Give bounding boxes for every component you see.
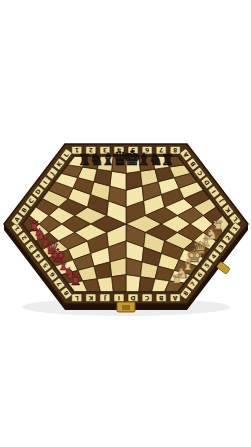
brass-latch-bottom bbox=[117, 302, 135, 312]
coordinate-label: D bbox=[131, 295, 136, 302]
coordinate-label: L bbox=[75, 295, 79, 302]
product-photo: 12345678ABCDIJKL12345678LKJIDCBA12345678… bbox=[0, 0, 251, 447]
red-rook: ♜ bbox=[69, 272, 81, 288]
board-cell bbox=[112, 275, 126, 292]
white-rook: ♜ bbox=[170, 272, 182, 288]
coordinate-label: J bbox=[104, 294, 107, 302]
board-cell bbox=[126, 275, 140, 292]
coordinate-label: K bbox=[88, 295, 93, 302]
coordinate-label: C bbox=[144, 295, 149, 302]
coordinate-label: B bbox=[158, 295, 163, 302]
black-rook: ♜ bbox=[161, 151, 174, 169]
coordinate-label: A bbox=[173, 295, 178, 302]
three-player-chess-board: 12345678ABCDIJKL12345678LKJIDCBA12345678… bbox=[0, 0, 251, 447]
coordinate-label: I bbox=[118, 295, 120, 302]
